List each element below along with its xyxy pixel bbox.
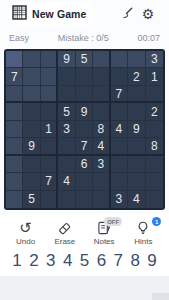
cell-r1c3[interactable] [41, 51, 58, 68]
cell-r8c5[interactable] [76, 173, 93, 190]
cell-r8c1[interactable] [6, 173, 23, 190]
numpad-3[interactable]: 3 [44, 252, 58, 271]
new-game-button[interactable]: New Game [10, 2, 93, 27]
undo-button[interactable]: ↺ Undo [9, 219, 43, 246]
cell-r5c1[interactable] [6, 121, 23, 138]
cell-r9c1[interactable] [6, 191, 23, 208]
cell-r8c7[interactable] [111, 173, 128, 190]
cell-r9c5[interactable] [76, 191, 93, 208]
cell-r3c2[interactable] [23, 86, 40, 103]
numpad-6[interactable]: 6 [94, 252, 108, 271]
cell-r3c9[interactable] [146, 86, 163, 103]
cell-r4c9[interactable]: 2 [146, 103, 163, 120]
lightbulb-icon [136, 221, 150, 235]
mistake-counter: Mistake : 0/5 [29, 33, 137, 43]
cell-r6c4[interactable] [58, 138, 75, 155]
erase-button[interactable]: Erase [48, 219, 82, 246]
cell-r5c6[interactable]: 8 [93, 121, 110, 138]
cell-r1c2[interactable] [23, 51, 40, 68]
cell-r6c3[interactable] [41, 138, 58, 155]
cell-r6c2[interactable]: 9 [23, 138, 40, 155]
cell-r6c8[interactable] [128, 138, 145, 155]
cell-r8c4[interactable]: 4 [58, 173, 75, 190]
cell-r9c4[interactable] [58, 191, 75, 208]
hints-button[interactable]: 1 Hints [126, 219, 160, 246]
numpad-4[interactable]: 4 [61, 252, 75, 271]
cell-r1c4[interactable]: 9 [58, 51, 75, 68]
cell-r8c9[interactable] [146, 173, 163, 190]
cell-r5c3[interactable]: 1 [41, 121, 58, 138]
cell-r8c6[interactable] [93, 173, 110, 190]
numpad-2[interactable]: 2 [27, 252, 41, 271]
numpad-8[interactable]: 8 [128, 252, 142, 271]
cell-r6c7[interactable] [111, 138, 128, 155]
cell-r3c1[interactable] [6, 86, 23, 103]
cell-r4c4[interactable]: 5 [58, 103, 75, 120]
numpad-9[interactable]: 9 [145, 252, 159, 271]
cell-r1c6[interactable] [93, 51, 110, 68]
cell-r7c8[interactable] [128, 156, 145, 173]
difficulty-label[interactable]: Easy [9, 33, 29, 43]
sudoku-board: 95372175921384997486374534 [4, 49, 165, 210]
eraser-icon [57, 221, 72, 235]
numpad-7[interactable]: 7 [111, 252, 125, 271]
cell-r6c1[interactable] [6, 138, 23, 155]
cell-r1c5[interactable]: 5 [76, 51, 93, 68]
cell-r3c5[interactable] [76, 86, 93, 103]
timer: 00:07 [137, 33, 160, 43]
status-bar: Easy Mistake : 0/5 00:07 [0, 28, 169, 47]
cell-r9c8[interactable]: 4 [128, 191, 145, 208]
notes-off-badge: OFF [104, 217, 122, 226]
cell-r2c3[interactable] [41, 68, 58, 85]
cell-r3c7[interactable]: 7 [111, 86, 128, 103]
cell-r7c6[interactable]: 3 [93, 156, 110, 173]
cell-r7c5[interactable]: 6 [76, 156, 93, 173]
cell-r4c2[interactable] [23, 103, 40, 120]
cell-r2c9[interactable]: 1 [146, 68, 163, 85]
cell-r2c5[interactable] [76, 68, 93, 85]
gear-icon[interactable]: ⚙ [137, 7, 159, 21]
cell-r4c8[interactable] [128, 103, 145, 120]
cell-r5c8[interactable]: 9 [128, 121, 145, 138]
cell-r9c2[interactable]: 5 [23, 191, 40, 208]
brush-icon[interactable] [115, 7, 137, 21]
cell-r7c1[interactable] [6, 156, 23, 173]
cell-r6c9[interactable]: 8 [146, 138, 163, 155]
cell-r9c6[interactable] [93, 191, 110, 208]
cell-r9c3[interactable] [41, 191, 58, 208]
cell-r7c9[interactable] [146, 156, 163, 173]
cell-r2c8[interactable]: 2 [128, 68, 145, 85]
notes-button[interactable]: OFF Notes [87, 219, 121, 246]
cell-r6c6[interactable]: 4 [93, 138, 110, 155]
undo-icon: ↺ [19, 221, 32, 235]
cell-r1c7[interactable] [111, 51, 128, 68]
sudoku-grid-icon [12, 5, 27, 24]
cell-r5c5[interactable] [76, 121, 93, 138]
new-game-label: New Game [32, 8, 87, 20]
cell-r2c6[interactable] [93, 68, 110, 85]
cell-r3c8[interactable] [128, 86, 145, 103]
cell-r6c5[interactable]: 7 [76, 138, 93, 155]
cell-r4c6[interactable] [93, 103, 110, 120]
cell-r7c7[interactable] [111, 156, 128, 173]
cell-r1c9[interactable]: 3 [146, 51, 163, 68]
cell-r4c5[interactable]: 9 [76, 103, 93, 120]
cell-r3c3[interactable] [41, 86, 58, 103]
cell-r9c9[interactable] [146, 191, 163, 208]
cell-r9c7[interactable]: 3 [111, 191, 128, 208]
cell-r2c2[interactable] [23, 68, 40, 85]
cell-r8c2[interactable] [23, 173, 40, 190]
header-bar: New Game ⚙ [0, 0, 169, 28]
cell-r7c2[interactable] [23, 156, 40, 173]
cell-r4c7[interactable] [111, 103, 128, 120]
numpad-5[interactable]: 5 [78, 252, 92, 271]
page-bottom-strip [0, 276, 169, 300]
cell-r7c4[interactable] [58, 156, 75, 173]
cell-r2c7[interactable] [111, 68, 128, 85]
cell-r2c4[interactable] [58, 68, 75, 85]
cell-r5c2[interactable] [23, 121, 40, 138]
hints-count-badge: 1 [152, 217, 161, 226]
cell-r4c1[interactable] [6, 103, 23, 120]
cell-r5c9[interactable] [146, 121, 163, 138]
cell-r5c4[interactable]: 3 [58, 121, 75, 138]
board-wrap: 95372175921384997486374534 [0, 47, 169, 210]
cell-r5c7[interactable]: 4 [111, 121, 128, 138]
cell-r4c3[interactable] [41, 103, 58, 120]
cell-r1c8[interactable] [128, 51, 145, 68]
number-pad: 1 2 3 4 5 6 7 8 9 [0, 246, 169, 279]
ad-placeholder [152, 293, 169, 300]
toolbar: ↺ Undo Erase OFF [0, 219, 169, 246]
cell-r3c4[interactable] [58, 86, 75, 103]
cell-r1c1[interactable] [6, 51, 23, 68]
cell-r8c3[interactable]: 7 [41, 173, 58, 190]
cell-r8c8[interactable] [128, 173, 145, 190]
numpad-1[interactable]: 1 [10, 252, 24, 271]
sudoku-app: New Game ⚙ Easy Mistake : 0/5 00:07 9537… [0, 0, 169, 300]
cell-r7c3[interactable] [41, 156, 58, 173]
cell-r2c1[interactable]: 7 [6, 68, 23, 85]
cell-r3c6[interactable] [93, 86, 110, 103]
bottom-panel: ↺ Undo Erase OFF [0, 214, 169, 279]
